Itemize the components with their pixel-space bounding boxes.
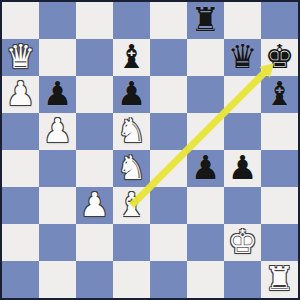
square-b2[interactable] (39, 224, 76, 261)
square-h2[interactable] (261, 224, 298, 261)
square-f8[interactable]: ♜ (187, 2, 224, 39)
square-f1[interactable] (187, 261, 224, 298)
piece-white-pawn-b5[interactable]: ♟ (43, 114, 73, 147)
square-d1[interactable] (113, 261, 150, 298)
square-c3[interactable]: ♟ (76, 187, 113, 224)
square-d2[interactable] (113, 224, 150, 261)
square-b1[interactable] (39, 261, 76, 298)
piece-black-bishop-h6[interactable]: ♝ (265, 77, 295, 110)
square-a1[interactable] (2, 261, 39, 298)
square-a6[interactable]: ♟ (2, 76, 39, 113)
square-f3[interactable] (187, 187, 224, 224)
square-f4[interactable]: ♟ (187, 150, 224, 187)
piece-black-king-h7[interactable]: ♚ (265, 40, 295, 73)
square-h3[interactable] (261, 187, 298, 224)
square-c2[interactable] (76, 224, 113, 261)
square-c8[interactable] (76, 2, 113, 39)
square-b5[interactable]: ♟ (39, 113, 76, 150)
square-d4[interactable]: ♞ (113, 150, 150, 187)
square-a8[interactable] (2, 2, 39, 39)
square-h1[interactable]: ♜ (261, 261, 298, 298)
piece-white-queen-a7[interactable]: ♛ (6, 40, 36, 73)
chess-board: ♜♛♝♛♚♟♟♟♝♟♞♞♟♟♟♝♚♜ (0, 0, 300, 300)
square-f2[interactable] (187, 224, 224, 261)
piece-white-rook-h1[interactable]: ♜ (265, 262, 295, 295)
square-f5[interactable] (187, 113, 224, 150)
square-e3[interactable] (150, 187, 187, 224)
square-g4[interactable]: ♟ (224, 150, 261, 187)
square-d7[interactable]: ♝ (113, 39, 150, 76)
piece-black-pawn-f4[interactable]: ♟ (191, 151, 221, 184)
square-g2[interactable]: ♚ (224, 224, 261, 261)
square-f7[interactable] (187, 39, 224, 76)
square-e2[interactable] (150, 224, 187, 261)
square-a4[interactable] (2, 150, 39, 187)
square-f6[interactable] (187, 76, 224, 113)
piece-white-knight-d5[interactable]: ♞ (117, 114, 147, 147)
square-h5[interactable] (261, 113, 298, 150)
piece-white-knight-d4[interactable]: ♞ (117, 151, 147, 184)
piece-black-rook-f8[interactable]: ♜ (191, 3, 221, 36)
square-a5[interactable] (2, 113, 39, 150)
square-e8[interactable] (150, 2, 187, 39)
square-d6[interactable]: ♟ (113, 76, 150, 113)
square-c6[interactable] (76, 76, 113, 113)
square-h6[interactable]: ♝ (261, 76, 298, 113)
square-b8[interactable] (39, 2, 76, 39)
piece-black-pawn-d6[interactable]: ♟ (117, 77, 147, 110)
square-b6[interactable]: ♟ (39, 76, 76, 113)
square-b7[interactable] (39, 39, 76, 76)
square-g7[interactable]: ♛ (224, 39, 261, 76)
piece-white-pawn-a6[interactable]: ♟ (6, 77, 36, 110)
square-g8[interactable] (224, 2, 261, 39)
square-g3[interactable] (224, 187, 261, 224)
square-g5[interactable] (224, 113, 261, 150)
piece-white-pawn-c3[interactable]: ♟ (80, 188, 110, 221)
piece-black-bishop-d7[interactable]: ♝ (117, 40, 147, 73)
piece-black-pawn-g4[interactable]: ♟ (228, 151, 258, 184)
square-h8[interactable] (261, 2, 298, 39)
square-c4[interactable] (76, 150, 113, 187)
square-b4[interactable] (39, 150, 76, 187)
square-h7[interactable]: ♚ (261, 39, 298, 76)
square-b3[interactable] (39, 187, 76, 224)
square-e6[interactable] (150, 76, 187, 113)
square-d5[interactable]: ♞ (113, 113, 150, 150)
square-h4[interactable] (261, 150, 298, 187)
square-e7[interactable] (150, 39, 187, 76)
square-c5[interactable] (76, 113, 113, 150)
piece-black-pawn-b6[interactable]: ♟ (43, 77, 73, 110)
square-a7[interactable]: ♛ (2, 39, 39, 76)
square-d3[interactable]: ♝ (113, 187, 150, 224)
square-c7[interactable] (76, 39, 113, 76)
square-e4[interactable] (150, 150, 187, 187)
square-c1[interactable] (76, 261, 113, 298)
square-g6[interactable] (224, 76, 261, 113)
piece-white-bishop-d3[interactable]: ♝ (117, 188, 147, 221)
square-e5[interactable] (150, 113, 187, 150)
square-e1[interactable] (150, 261, 187, 298)
piece-white-king-g2[interactable]: ♚ (228, 225, 258, 258)
square-d8[interactable] (113, 2, 150, 39)
piece-black-queen-g7[interactable]: ♛ (228, 40, 258, 73)
square-a2[interactable] (2, 224, 39, 261)
square-g1[interactable] (224, 261, 261, 298)
square-a3[interactable] (2, 187, 39, 224)
